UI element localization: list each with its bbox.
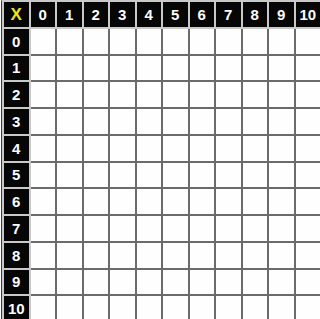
- answer-cell-r2c8[interactable]: [243, 82, 268, 107]
- answer-cell-r5c8[interactable]: [243, 163, 268, 188]
- answer-cell-r9c7[interactable]: [216, 270, 241, 295]
- answer-cell-r0c8[interactable]: [243, 29, 268, 54]
- answer-cell-r4c9[interactable]: [269, 136, 294, 161]
- col-header-1: 1: [57, 2, 82, 27]
- answer-cell-r4c6[interactable]: [190, 136, 215, 161]
- answer-cell-r8c5[interactable]: [163, 243, 188, 268]
- answer-cell-r7c7[interactable]: [216, 216, 241, 241]
- answer-cell-r3c0[interactable]: [31, 109, 56, 134]
- answer-cell-r9c3[interactable]: [110, 270, 135, 295]
- answer-cell-r5c3[interactable]: [110, 163, 135, 188]
- row-header-10: 10: [4, 296, 29, 319]
- answer-cell-r7c1[interactable]: [57, 216, 82, 241]
- col-header-0: 0: [31, 2, 56, 27]
- answer-cell-r7c5[interactable]: [163, 216, 188, 241]
- answer-cell-r2c9[interactable]: [269, 82, 294, 107]
- answer-cell-r0c7[interactable]: [216, 29, 241, 54]
- answer-cell-r2c10[interactable]: [296, 82, 320, 107]
- answer-cell-r8c9[interactable]: [269, 243, 294, 268]
- answer-cell-r4c5[interactable]: [163, 136, 188, 161]
- answer-cell-r10c7[interactable]: [216, 296, 241, 319]
- answer-cell-r8c6[interactable]: [190, 243, 215, 268]
- answer-cell-r4c4[interactable]: [137, 136, 162, 161]
- answer-cell-r8c10[interactable]: [296, 243, 320, 268]
- answer-cell-r8c0[interactable]: [31, 243, 56, 268]
- answer-cell-r10c4[interactable]: [137, 296, 162, 319]
- answer-cell-r10c3[interactable]: [110, 296, 135, 319]
- answer-cell-r4c2[interactable]: [84, 136, 109, 161]
- answer-cell-r8c2[interactable]: [84, 243, 109, 268]
- answer-cell-r6c10[interactable]: [296, 189, 320, 214]
- answer-cell-r4c3[interactable]: [110, 136, 135, 161]
- answer-cell-r9c1[interactable]: [57, 270, 82, 295]
- answer-cell-r1c0[interactable]: [31, 56, 56, 81]
- answer-cell-r5c2[interactable]: [84, 163, 109, 188]
- answer-cell-r1c9[interactable]: [269, 56, 294, 81]
- answer-cell-r6c0[interactable]: [31, 189, 56, 214]
- answer-cell-r10c6[interactable]: [190, 296, 215, 319]
- answer-cell-r6c3[interactable]: [110, 189, 135, 214]
- answer-cell-r9c9[interactable]: [269, 270, 294, 295]
- answer-cell-r9c4[interactable]: [137, 270, 162, 295]
- col-header-7: 7: [216, 2, 241, 27]
- answer-cell-r3c8[interactable]: [243, 109, 268, 134]
- answer-cell-r5c9[interactable]: [269, 163, 294, 188]
- answer-cell-r2c2[interactable]: [84, 82, 109, 107]
- answer-cell-r3c4[interactable]: [137, 109, 162, 134]
- answer-cell-r7c0[interactable]: [31, 216, 56, 241]
- answer-cell-r8c8[interactable]: [243, 243, 268, 268]
- row-header-5: 5: [4, 163, 29, 188]
- answer-cell-r9c2[interactable]: [84, 270, 109, 295]
- answer-cell-r2c6[interactable]: [190, 82, 215, 107]
- answer-cell-r7c4[interactable]: [137, 216, 162, 241]
- answer-cell-r8c7[interactable]: [216, 243, 241, 268]
- answer-cell-r3c3[interactable]: [110, 109, 135, 134]
- answer-cell-r9c8[interactable]: [243, 270, 268, 295]
- answer-cell-r7c9[interactable]: [269, 216, 294, 241]
- answer-cell-r1c5[interactable]: [163, 56, 188, 81]
- col-header-5: 5: [163, 2, 188, 27]
- answer-cell-r0c10[interactable]: [296, 29, 320, 54]
- answer-cell-r5c0[interactable]: [31, 163, 56, 188]
- answer-cell-r4c10[interactable]: [296, 136, 320, 161]
- row-header-7: 7: [4, 216, 29, 241]
- row-header-4: 4: [4, 136, 29, 161]
- col-header-10: 10: [296, 2, 320, 27]
- answer-cell-r10c8[interactable]: [243, 296, 268, 319]
- answer-cell-r2c0[interactable]: [31, 82, 56, 107]
- answer-cell-r5c5[interactable]: [163, 163, 188, 188]
- answer-cell-r0c9[interactable]: [269, 29, 294, 54]
- answer-cell-r3c6[interactable]: [190, 109, 215, 134]
- answer-cell-r7c8[interactable]: [243, 216, 268, 241]
- answer-cell-r6c5[interactable]: [163, 189, 188, 214]
- answer-cell-r4c7[interactable]: [216, 136, 241, 161]
- answer-cell-r5c4[interactable]: [137, 163, 162, 188]
- answer-cell-r8c4[interactable]: [137, 243, 162, 268]
- answer-cell-r2c5[interactable]: [163, 82, 188, 107]
- answer-cell-r5c6[interactable]: [190, 163, 215, 188]
- answer-cell-r1c2[interactable]: [84, 56, 109, 81]
- row-header-0: 0: [4, 29, 29, 54]
- answer-cell-r4c8[interactable]: [243, 136, 268, 161]
- answer-cell-r0c0[interactable]: [31, 29, 56, 54]
- answer-cell-r6c9[interactable]: [269, 189, 294, 214]
- answer-cell-r7c3[interactable]: [110, 216, 135, 241]
- answer-cell-r8c1[interactable]: [57, 243, 82, 268]
- answer-cell-r0c4[interactable]: [137, 29, 162, 54]
- answer-cell-r1c6[interactable]: [190, 56, 215, 81]
- multiplication-board: X012345678910012345678910: [1, 0, 320, 319]
- row-header-3: 3: [4, 109, 29, 134]
- row-header-9: 9: [4, 270, 29, 295]
- answer-cell-r1c8[interactable]: [243, 56, 268, 81]
- answer-cell-r4c0[interactable]: [31, 136, 56, 161]
- answer-cell-r7c6[interactable]: [190, 216, 215, 241]
- col-header-6: 6: [190, 2, 215, 27]
- answer-cell-r6c7[interactable]: [216, 189, 241, 214]
- col-header-2: 2: [84, 2, 109, 27]
- answer-cell-r10c1[interactable]: [57, 296, 82, 319]
- col-header-9: 9: [269, 2, 294, 27]
- answer-cell-r1c7[interactable]: [216, 56, 241, 81]
- answer-cell-r2c3[interactable]: [110, 82, 135, 107]
- answer-cell-r6c6[interactable]: [190, 189, 215, 214]
- answer-cell-r6c1[interactable]: [57, 189, 82, 214]
- answer-cell-r9c10[interactable]: [296, 270, 320, 295]
- answer-cell-r10c5[interactable]: [163, 296, 188, 319]
- answer-cell-r0c3[interactable]: [110, 29, 135, 54]
- answer-cell-r2c7[interactable]: [216, 82, 241, 107]
- row-header-8: 8: [4, 243, 29, 268]
- answer-cell-r6c8[interactable]: [243, 189, 268, 214]
- row-header-1: 1: [4, 56, 29, 81]
- answer-cell-r5c7[interactable]: [216, 163, 241, 188]
- answer-cell-r3c5[interactable]: [163, 109, 188, 134]
- row-header-6: 6: [4, 189, 29, 214]
- answer-cell-r3c9[interactable]: [269, 109, 294, 134]
- answer-cell-r7c10[interactable]: [296, 216, 320, 241]
- col-header-3: 3: [110, 2, 135, 27]
- answer-cell-r5c10[interactable]: [296, 163, 320, 188]
- answer-cell-r3c10[interactable]: [296, 109, 320, 134]
- answer-cell-r10c2[interactable]: [84, 296, 109, 319]
- answer-cell-r9c6[interactable]: [190, 270, 215, 295]
- col-header-8: 8: [243, 2, 268, 27]
- answer-cell-r1c10[interactable]: [296, 56, 320, 81]
- answer-cell-r9c0[interactable]: [31, 270, 56, 295]
- answer-cell-r6c4[interactable]: [137, 189, 162, 214]
- operator-cell: X: [4, 2, 29, 27]
- answer-cell-r2c1[interactable]: [57, 82, 82, 107]
- answer-cell-r1c3[interactable]: [110, 56, 135, 81]
- answer-cell-r0c6[interactable]: [190, 29, 215, 54]
- answer-cell-r0c2[interactable]: [84, 29, 109, 54]
- answer-cell-r10c10[interactable]: [296, 296, 320, 319]
- answer-cell-r9c5[interactable]: [163, 270, 188, 295]
- answer-cell-r3c1[interactable]: [57, 109, 82, 134]
- answer-cell-r10c0[interactable]: [31, 296, 56, 319]
- answer-cell-r2c4[interactable]: [137, 82, 162, 107]
- answer-cell-r3c7[interactable]: [216, 109, 241, 134]
- answer-cell-r8c3[interactable]: [110, 243, 135, 268]
- answer-cell-r6c2[interactable]: [84, 189, 109, 214]
- answer-cell-r0c1[interactable]: [57, 29, 82, 54]
- answer-cell-r1c4[interactable]: [137, 56, 162, 81]
- answer-cell-r7c2[interactable]: [84, 216, 109, 241]
- answer-cell-r4c1[interactable]: [57, 136, 82, 161]
- answer-cell-r5c1[interactable]: [57, 163, 82, 188]
- answer-cell-r10c9[interactable]: [269, 296, 294, 319]
- col-header-4: 4: [137, 2, 162, 27]
- row-header-2: 2: [4, 82, 29, 107]
- answer-cell-r1c1[interactable]: [57, 56, 82, 81]
- answer-cell-r0c5[interactable]: [163, 29, 188, 54]
- answer-cell-r3c2[interactable]: [84, 109, 109, 134]
